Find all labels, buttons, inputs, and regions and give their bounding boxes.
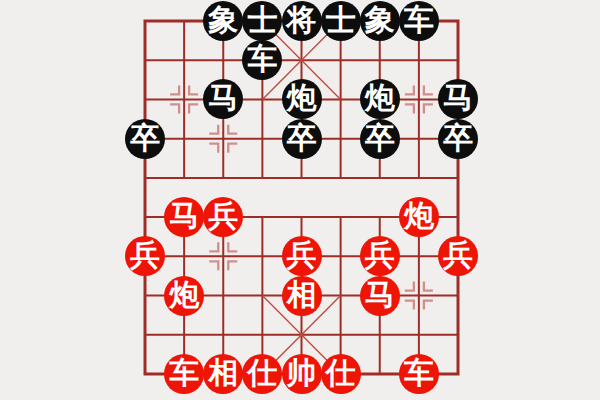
piece-red-soldier[interactable]: 兵 xyxy=(438,236,478,276)
piece-red-cannon[interactable]: 炮 xyxy=(164,276,204,316)
piece-glyph: 炮 xyxy=(169,280,199,310)
piece-glyph: 马 xyxy=(169,201,199,231)
piece-black-advisor[interactable]: 士 xyxy=(242,1,282,41)
piece-black-elephant[interactable]: 象 xyxy=(360,1,400,41)
piece-glyph: 相 xyxy=(208,358,238,388)
piece-black-soldier[interactable]: 卒 xyxy=(282,119,322,159)
piece-glyph: 兵 xyxy=(130,240,160,270)
piece-black-soldier[interactable]: 卒 xyxy=(125,119,165,159)
piece-glyph: 马 xyxy=(208,83,238,113)
piece-glyph: 卒 xyxy=(365,123,395,153)
piece-glyph: 象 xyxy=(208,5,238,35)
piece-black-cannon[interactable]: 炮 xyxy=(282,79,322,119)
piece-red-chariot[interactable]: 车 xyxy=(164,354,204,394)
xiangqi-board[interactable]: 象士将士象车车马炮炮马卒卒卒卒马兵炮兵兵兵兵炮相马车相仕帅仕车 xyxy=(0,0,600,400)
pieces-layer: 象士将士象车车马炮炮马卒卒卒卒马兵炮兵兵兵兵炮相马车相仕帅仕车 xyxy=(125,1,477,393)
piece-glyph: 仕 xyxy=(326,358,356,388)
piece-glyph: 卒 xyxy=(130,123,160,153)
piece-black-soldier[interactable]: 卒 xyxy=(360,119,400,159)
piece-red-soldier[interactable]: 兵 xyxy=(282,236,322,276)
piece-glyph: 兵 xyxy=(208,201,238,231)
piece-black-advisor[interactable]: 士 xyxy=(321,1,361,41)
piece-red-advisor[interactable]: 仕 xyxy=(242,354,282,394)
piece-glyph: 象 xyxy=(365,5,395,35)
piece-glyph: 帅 xyxy=(287,358,317,388)
piece-glyph: 炮 xyxy=(365,83,395,113)
piece-black-chariot[interactable]: 车 xyxy=(242,40,282,80)
piece-black-soldier[interactable]: 卒 xyxy=(438,119,478,159)
piece-glyph: 炮 xyxy=(404,201,434,231)
piece-glyph: 兵 xyxy=(287,240,317,270)
piece-glyph: 车 xyxy=(247,44,277,74)
piece-red-general[interactable]: 帅 xyxy=(282,354,322,394)
piece-red-chariot[interactable]: 车 xyxy=(399,354,439,394)
piece-red-soldier[interactable]: 兵 xyxy=(203,197,243,237)
piece-red-soldier[interactable]: 兵 xyxy=(360,236,400,276)
piece-black-general[interactable]: 将 xyxy=(282,1,322,41)
piece-black-horse[interactable]: 马 xyxy=(203,79,243,119)
piece-glyph: 士 xyxy=(247,5,277,35)
piece-black-chariot[interactable]: 车 xyxy=(399,1,439,41)
piece-red-elephant[interactable]: 相 xyxy=(282,276,322,316)
piece-glyph: 马 xyxy=(443,83,473,113)
piece-glyph: 车 xyxy=(404,358,434,388)
piece-glyph: 炮 xyxy=(287,83,317,113)
piece-red-horse[interactable]: 马 xyxy=(360,276,400,316)
xiangqi-screenshot: 象士将士象车车马炮炮马卒卒卒卒马兵炮兵兵兵兵炮相马车相仕帅仕车 xyxy=(0,0,600,400)
piece-black-cannon[interactable]: 炮 xyxy=(360,79,400,119)
piece-glyph: 卒 xyxy=(287,123,317,153)
piece-glyph: 将 xyxy=(287,5,317,35)
piece-red-elephant[interactable]: 相 xyxy=(203,354,243,394)
piece-red-horse[interactable]: 马 xyxy=(164,197,204,237)
piece-glyph: 仕 xyxy=(247,358,277,388)
piece-red-soldier[interactable]: 兵 xyxy=(125,236,165,276)
piece-red-cannon[interactable]: 炮 xyxy=(399,197,439,237)
piece-black-elephant[interactable]: 象 xyxy=(203,1,243,41)
piece-glyph: 兵 xyxy=(365,240,395,270)
piece-glyph: 马 xyxy=(365,280,395,310)
piece-glyph: 士 xyxy=(326,5,356,35)
piece-glyph: 相 xyxy=(287,280,317,310)
piece-glyph: 卒 xyxy=(443,123,473,153)
piece-glyph: 兵 xyxy=(443,240,473,270)
piece-glyph: 车 xyxy=(169,358,199,388)
piece-red-advisor[interactable]: 仕 xyxy=(321,354,361,394)
piece-glyph: 车 xyxy=(404,5,434,35)
piece-black-horse[interactable]: 马 xyxy=(438,79,478,119)
